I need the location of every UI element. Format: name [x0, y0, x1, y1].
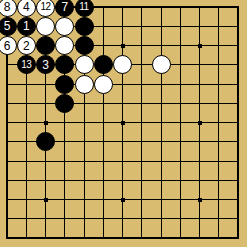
- white-stone: [36, 17, 55, 36]
- grid-line-vertical: [161, 7, 162, 238]
- move-number-label: 2: [23, 40, 30, 52]
- white-stone: [55, 17, 74, 36]
- black-stone: 1: [17, 17, 36, 36]
- move-number-label: 5: [4, 20, 11, 32]
- black-stone: [36, 36, 55, 55]
- black-stone: 13: [17, 55, 36, 74]
- star-point: [198, 198, 202, 202]
- star-point: [121, 121, 125, 125]
- black-stone: [75, 17, 94, 36]
- grid-line-horizontal: [7, 218, 238, 219]
- move-number-label: 6: [4, 40, 11, 52]
- white-stone: 6: [0, 36, 17, 55]
- white-stone: [75, 55, 94, 74]
- move-number-label: 12: [40, 2, 50, 12]
- grid-line-vertical: [141, 7, 142, 238]
- star-point: [121, 198, 125, 202]
- star-point: [198, 121, 202, 125]
- move-number-label: 8: [4, 1, 11, 13]
- star-point: [198, 44, 202, 48]
- grid-line-vertical: [180, 7, 181, 238]
- white-stone: [94, 75, 113, 94]
- grid-line-vertical: [218, 7, 219, 238]
- black-stone: [55, 94, 74, 113]
- white-stone: 2: [17, 36, 36, 55]
- white-stone: 8: [0, 0, 17, 17]
- move-number-label: 4: [23, 1, 30, 13]
- star-point: [121, 44, 125, 48]
- white-stone: [75, 75, 94, 94]
- star-point: [44, 121, 48, 125]
- move-number-label: 3: [42, 59, 49, 71]
- grid-line-horizontal: [7, 180, 238, 181]
- white-stone: 4: [17, 0, 36, 17]
- black-stone: 7: [55, 0, 74, 17]
- go-board[interactable]: 84127115162133: [0, 0, 247, 247]
- move-number-label: 1: [23, 20, 30, 32]
- white-stone: [152, 55, 171, 74]
- move-number-label: 7: [61, 1, 68, 13]
- grid-line-horizontal: [7, 161, 238, 162]
- white-stone: 12: [36, 0, 55, 17]
- move-number-label: 13: [21, 60, 31, 70]
- black-stone: [55, 75, 74, 94]
- black-stone: 5: [0, 17, 17, 36]
- move-number-label: 11: [79, 2, 88, 12]
- black-stone: [75, 36, 94, 55]
- star-point: [44, 198, 48, 202]
- black-stone: [94, 55, 113, 74]
- black-stone: 11: [75, 0, 94, 17]
